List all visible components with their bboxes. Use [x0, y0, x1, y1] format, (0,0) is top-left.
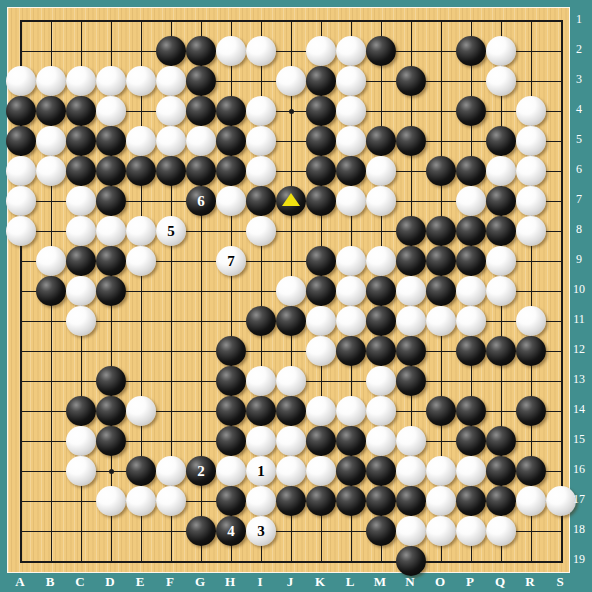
- black-stone[interactable]: [66, 246, 96, 276]
- white-stone[interactable]: [516, 96, 546, 126]
- black-stone[interactable]: [516, 336, 546, 366]
- white-stone[interactable]: [486, 36, 516, 66]
- black-stone[interactable]: [276, 486, 306, 516]
- row-label: 1: [568, 12, 590, 27]
- row-label: 14: [568, 402, 590, 417]
- move-number-label: 3: [257, 523, 265, 539]
- white-stone[interactable]: 1: [246, 456, 276, 486]
- black-stone[interactable]: [186, 516, 216, 546]
- black-stone[interactable]: [96, 366, 126, 396]
- white-stone[interactable]: [126, 216, 156, 246]
- go-board[interactable]: 6572143: [7, 7, 570, 573]
- black-stone[interactable]: [66, 126, 96, 156]
- row-label: 10: [568, 282, 590, 297]
- row-label: 8: [568, 222, 590, 237]
- white-stone[interactable]: [336, 126, 366, 156]
- white-stone[interactable]: [156, 456, 186, 486]
- white-stone[interactable]: [396, 456, 426, 486]
- column-label: O: [431, 574, 449, 590]
- black-stone[interactable]: [156, 36, 186, 66]
- black-stone[interactable]: [426, 156, 456, 186]
- black-stone[interactable]: [96, 156, 126, 186]
- column-label: S: [551, 574, 569, 590]
- black-stone[interactable]: [216, 396, 246, 426]
- column-label: M: [371, 574, 389, 590]
- black-stone[interactable]: [486, 426, 516, 456]
- white-stone[interactable]: [96, 486, 126, 516]
- white-stone[interactable]: [186, 126, 216, 156]
- column-label: F: [161, 574, 179, 590]
- black-stone[interactable]: [366, 456, 396, 486]
- row-label: 17: [568, 492, 590, 507]
- black-stone[interactable]: [336, 336, 366, 366]
- black-stone[interactable]: [216, 96, 246, 126]
- white-stone[interactable]: [486, 156, 516, 186]
- white-stone[interactable]: [516, 306, 546, 336]
- white-stone[interactable]: [66, 186, 96, 216]
- white-stone[interactable]: [126, 66, 156, 96]
- white-stone[interactable]: [426, 516, 456, 546]
- black-stone[interactable]: [366, 306, 396, 336]
- white-stone[interactable]: [336, 396, 366, 426]
- black-stone[interactable]: [66, 156, 96, 186]
- black-stone[interactable]: [486, 336, 516, 366]
- row-label: 5: [568, 132, 590, 147]
- black-stone[interactable]: [396, 366, 426, 396]
- white-stone[interactable]: [366, 156, 396, 186]
- row-label: 12: [568, 342, 590, 357]
- column-label: J: [281, 574, 299, 590]
- column-label: R: [521, 574, 539, 590]
- white-stone[interactable]: [216, 36, 246, 66]
- black-stone[interactable]: [366, 276, 396, 306]
- black-stone[interactable]: [306, 246, 336, 276]
- white-stone[interactable]: [306, 336, 336, 366]
- white-stone[interactable]: [336, 66, 366, 96]
- row-label: 7: [568, 192, 590, 207]
- white-stone[interactable]: [276, 66, 306, 96]
- white-stone[interactable]: [276, 366, 306, 396]
- black-stone[interactable]: [306, 66, 336, 96]
- white-stone[interactable]: [6, 66, 36, 96]
- row-label: 6: [568, 162, 590, 177]
- black-stone[interactable]: [366, 36, 396, 66]
- black-stone[interactable]: [486, 186, 516, 216]
- white-stone[interactable]: [246, 96, 276, 126]
- black-stone[interactable]: [336, 426, 366, 456]
- black-stone[interactable]: [186, 96, 216, 126]
- white-stone[interactable]: [276, 426, 306, 456]
- white-stone[interactable]: [456, 186, 486, 216]
- black-stone[interactable]: [186, 66, 216, 96]
- white-stone[interactable]: [516, 486, 546, 516]
- black-stone[interactable]: [276, 186, 306, 216]
- row-label: 13: [568, 372, 590, 387]
- black-stone[interactable]: [156, 156, 186, 186]
- black-stone[interactable]: [426, 276, 456, 306]
- column-label: Q: [491, 574, 509, 590]
- black-stone[interactable]: [366, 336, 396, 366]
- black-stone[interactable]: [366, 126, 396, 156]
- black-stone[interactable]: [306, 186, 336, 216]
- white-stone[interactable]: [486, 276, 516, 306]
- black-stone[interactable]: [336, 456, 366, 486]
- white-stone[interactable]: [66, 276, 96, 306]
- black-stone[interactable]: [456, 36, 486, 66]
- black-stone[interactable]: [306, 276, 336, 306]
- black-stone[interactable]: [486, 216, 516, 246]
- black-stone[interactable]: [426, 246, 456, 276]
- star-point: [289, 109, 294, 114]
- white-stone[interactable]: [306, 36, 336, 66]
- black-stone[interactable]: [516, 456, 546, 486]
- move-number-label: 2: [197, 463, 205, 479]
- black-stone[interactable]: [216, 156, 246, 186]
- black-stone[interactable]: [396, 546, 426, 576]
- white-stone[interactable]: [486, 66, 516, 96]
- black-stone[interactable]: [366, 486, 396, 516]
- black-stone[interactable]: [486, 456, 516, 486]
- white-stone[interactable]: [156, 486, 186, 516]
- white-stone[interactable]: [516, 186, 546, 216]
- row-label: 9: [568, 252, 590, 267]
- black-stone[interactable]: [456, 246, 486, 276]
- black-stone[interactable]: [306, 126, 336, 156]
- black-stone[interactable]: [426, 396, 456, 426]
- white-stone[interactable]: [36, 126, 66, 156]
- white-stone[interactable]: [246, 36, 276, 66]
- black-stone[interactable]: [306, 156, 336, 186]
- white-stone[interactable]: [126, 246, 156, 276]
- white-stone[interactable]: [126, 396, 156, 426]
- black-stone[interactable]: [246, 306, 276, 336]
- black-stone[interactable]: [426, 216, 456, 246]
- black-stone[interactable]: [96, 426, 126, 456]
- white-stone[interactable]: [396, 306, 426, 336]
- move-number-label: 6: [197, 193, 205, 209]
- move-number-label: 4: [227, 523, 235, 539]
- white-stone[interactable]: [66, 66, 96, 96]
- white-stone[interactable]: [36, 246, 66, 276]
- column-label: L: [341, 574, 359, 590]
- white-stone[interactable]: [486, 246, 516, 276]
- white-stone[interactable]: [336, 36, 366, 66]
- black-stone[interactable]: [486, 126, 516, 156]
- white-stone[interactable]: [336, 186, 366, 216]
- white-stone[interactable]: [6, 216, 36, 246]
- white-stone[interactable]: [366, 246, 396, 276]
- column-label: P: [461, 574, 479, 590]
- black-stone[interactable]: [96, 246, 126, 276]
- column-label: G: [191, 574, 209, 590]
- black-stone[interactable]: [246, 396, 276, 426]
- black-stone[interactable]: [66, 396, 96, 426]
- black-stone[interactable]: [216, 366, 246, 396]
- move-number-label: 1: [257, 463, 265, 479]
- white-stone[interactable]: [246, 486, 276, 516]
- black-stone[interactable]: [396, 486, 426, 516]
- black-stone[interactable]: [216, 336, 246, 366]
- white-stone[interactable]: [456, 306, 486, 336]
- white-stone[interactable]: [66, 306, 96, 336]
- white-stone[interactable]: [426, 486, 456, 516]
- black-stone[interactable]: [396, 66, 426, 96]
- white-stone[interactable]: [156, 66, 186, 96]
- white-stone[interactable]: [456, 276, 486, 306]
- white-stone[interactable]: [6, 156, 36, 186]
- row-label: 19: [568, 552, 590, 567]
- white-stone[interactable]: [66, 426, 96, 456]
- black-stone[interactable]: [246, 186, 276, 216]
- white-stone[interactable]: [336, 246, 366, 276]
- white-stone[interactable]: [126, 126, 156, 156]
- black-stone[interactable]: [456, 426, 486, 456]
- white-stone[interactable]: [216, 456, 246, 486]
- black-stone[interactable]: [336, 486, 366, 516]
- white-stone[interactable]: [276, 276, 306, 306]
- black-stone[interactable]: [456, 96, 486, 126]
- white-stone[interactable]: [156, 126, 186, 156]
- white-stone[interactable]: [36, 156, 66, 186]
- black-stone[interactable]: [396, 336, 426, 366]
- black-stone[interactable]: [126, 156, 156, 186]
- black-stone[interactable]: [96, 126, 126, 156]
- black-stone[interactable]: [6, 96, 36, 126]
- white-stone[interactable]: [396, 426, 426, 456]
- white-stone[interactable]: [306, 396, 336, 426]
- black-stone[interactable]: 4: [216, 516, 246, 546]
- white-stone[interactable]: [306, 456, 336, 486]
- column-label: D: [101, 574, 119, 590]
- row-label: 4: [568, 102, 590, 117]
- black-stone[interactable]: [336, 156, 366, 186]
- white-stone[interactable]: [276, 456, 306, 486]
- black-stone[interactable]: [396, 126, 426, 156]
- column-label: C: [71, 574, 89, 590]
- row-label: 3: [568, 72, 590, 87]
- column-label: H: [221, 574, 239, 590]
- triangle-marker-icon: [282, 193, 300, 206]
- white-stone[interactable]: [426, 456, 456, 486]
- row-label: 11: [568, 312, 590, 327]
- black-stone[interactable]: [486, 486, 516, 516]
- white-stone[interactable]: [366, 366, 396, 396]
- black-stone[interactable]: [396, 216, 426, 246]
- white-stone[interactable]: [516, 126, 546, 156]
- black-stone[interactable]: [216, 126, 246, 156]
- black-stone[interactable]: 2: [186, 456, 216, 486]
- white-stone[interactable]: [156, 96, 186, 126]
- white-stone[interactable]: [426, 306, 456, 336]
- black-stone[interactable]: 6: [186, 186, 216, 216]
- white-stone[interactable]: [336, 306, 366, 336]
- column-label: A: [11, 574, 29, 590]
- white-stone[interactable]: [36, 66, 66, 96]
- white-stone[interactable]: [306, 306, 336, 336]
- row-label: 18: [568, 522, 590, 537]
- white-stone[interactable]: [516, 156, 546, 186]
- white-stone[interactable]: [66, 456, 96, 486]
- column-label: K: [311, 574, 329, 590]
- black-stone[interactable]: [66, 96, 96, 126]
- white-stone[interactable]: [126, 486, 156, 516]
- black-stone[interactable]: [306, 486, 336, 516]
- column-label: I: [251, 574, 269, 590]
- black-stone[interactable]: [456, 156, 486, 186]
- black-stone[interactable]: [216, 426, 246, 456]
- white-stone[interactable]: 5: [156, 216, 186, 246]
- black-stone[interactable]: [36, 96, 66, 126]
- white-stone[interactable]: [246, 426, 276, 456]
- white-stone[interactable]: [396, 516, 426, 546]
- black-stone[interactable]: [186, 156, 216, 186]
- column-label: N: [401, 574, 419, 590]
- black-stone[interactable]: [126, 456, 156, 486]
- white-stone[interactable]: [396, 276, 426, 306]
- black-stone[interactable]: [36, 276, 66, 306]
- move-number-label: 7: [227, 253, 235, 269]
- white-stone[interactable]: [6, 186, 36, 216]
- white-stone[interactable]: [366, 426, 396, 456]
- white-stone[interactable]: [336, 96, 366, 126]
- white-stone[interactable]: 7: [216, 246, 246, 276]
- black-stone[interactable]: [276, 306, 306, 336]
- white-stone[interactable]: [456, 516, 486, 546]
- white-stone[interactable]: [246, 126, 276, 156]
- white-stone[interactable]: [246, 156, 276, 186]
- black-stone[interactable]: [276, 396, 306, 426]
- white-stone[interactable]: 3: [246, 516, 276, 546]
- row-label: 15: [568, 432, 590, 447]
- row-label: 16: [568, 462, 590, 477]
- black-stone[interactable]: [96, 186, 126, 216]
- column-label: E: [131, 574, 149, 590]
- white-stone[interactable]: [246, 216, 276, 246]
- white-stone[interactable]: [336, 276, 366, 306]
- black-stone[interactable]: [96, 276, 126, 306]
- white-stone[interactable]: [246, 366, 276, 396]
- white-stone[interactable]: [96, 96, 126, 126]
- black-stone[interactable]: [186, 36, 216, 66]
- black-stone[interactable]: [456, 216, 486, 246]
- white-stone[interactable]: [216, 186, 246, 216]
- black-stone[interactable]: [96, 396, 126, 426]
- black-stone[interactable]: [456, 486, 486, 516]
- black-stone[interactable]: [366, 516, 396, 546]
- white-stone[interactable]: [516, 216, 546, 246]
- white-stone[interactable]: [366, 186, 396, 216]
- black-stone[interactable]: [516, 396, 546, 426]
- star-point: [109, 469, 114, 474]
- row-label: 2: [568, 42, 590, 57]
- black-stone[interactable]: [216, 486, 246, 516]
- black-stone[interactable]: [396, 246, 426, 276]
- white-stone[interactable]: [66, 216, 96, 246]
- white-stone[interactable]: [366, 396, 396, 426]
- black-stone[interactable]: [456, 336, 486, 366]
- white-stone[interactable]: [96, 216, 126, 246]
- column-label: B: [41, 574, 59, 590]
- black-stone[interactable]: [306, 96, 336, 126]
- move-number-label: 5: [167, 223, 175, 239]
- black-stone[interactable]: [306, 426, 336, 456]
- white-stone[interactable]: [486, 516, 516, 546]
- black-stone[interactable]: [456, 396, 486, 426]
- black-stone[interactable]: [6, 126, 36, 156]
- white-stone[interactable]: [96, 66, 126, 96]
- white-stone[interactable]: [456, 456, 486, 486]
- go-app-frame: 6572143 ABCDEFGHIJKLMNOPQRS 123456789101…: [0, 0, 592, 592]
